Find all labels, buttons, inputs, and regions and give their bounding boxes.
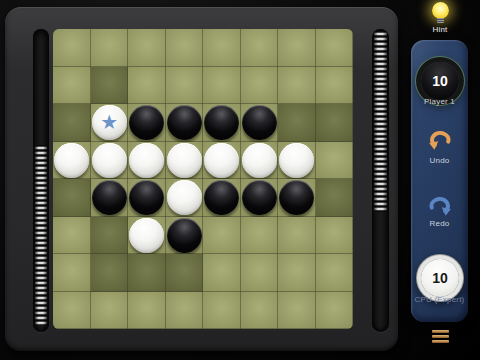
cell-c7[interactable] — [128, 254, 166, 292]
cell-a1[interactable] — [53, 29, 91, 67]
cell-b2[interactable] — [91, 67, 129, 105]
board: ★ — [53, 29, 353, 329]
cell-a6[interactable] — [53, 217, 91, 255]
black-disc — [204, 180, 239, 215]
cell-a7[interactable] — [53, 254, 91, 292]
white-disc — [54, 143, 89, 178]
cell-a4[interactable] — [53, 142, 91, 180]
cell-f8[interactable] — [241, 292, 279, 330]
cell-e7[interactable] — [203, 254, 241, 292]
cell-h2[interactable] — [316, 67, 354, 105]
cell-c1[interactable] — [128, 29, 166, 67]
white-disc — [167, 180, 202, 215]
cpu-label: CPU (Expert) — [411, 295, 468, 304]
board-frame: ★ — [5, 7, 398, 351]
white-disc: ★ — [92, 105, 127, 140]
cell-b3[interactable]: ★ — [91, 104, 129, 142]
cell-f2[interactable] — [241, 67, 279, 105]
cell-a3[interactable] — [53, 104, 91, 142]
cell-c2[interactable] — [128, 67, 166, 105]
cell-d7[interactable] — [166, 254, 204, 292]
othello-app: ★ Hint 10 Player 1 Undo Redo 10 — [0, 0, 480, 360]
cell-h1[interactable] — [316, 29, 354, 67]
cell-e8[interactable] — [203, 292, 241, 330]
cpu-score: 10 — [432, 271, 448, 285]
cell-f4[interactable] — [241, 142, 279, 180]
cell-f5[interactable] — [241, 179, 279, 217]
undo-arrow-icon — [427, 131, 453, 154]
cell-f6[interactable] — [241, 217, 279, 255]
cell-h7[interactable] — [316, 254, 354, 292]
cell-g4[interactable] — [278, 142, 316, 180]
cell-e2[interactable] — [203, 67, 241, 105]
cell-e3[interactable] — [203, 104, 241, 142]
cell-b7[interactable] — [91, 254, 129, 292]
cell-d8[interactable] — [166, 292, 204, 330]
white-disc — [92, 143, 127, 178]
cell-h4[interactable] — [316, 142, 354, 180]
player1-label: Player 1 — [411, 97, 468, 106]
cell-a5[interactable] — [53, 179, 91, 217]
cell-c8[interactable] — [128, 292, 166, 330]
black-disc — [242, 180, 277, 215]
black-disc — [129, 105, 164, 140]
cell-c3[interactable] — [128, 104, 166, 142]
disc-stack-left — [35, 145, 47, 325]
cell-a2[interactable] — [53, 67, 91, 105]
cell-d1[interactable] — [166, 29, 204, 67]
cell-a8[interactable] — [53, 292, 91, 330]
cell-f1[interactable] — [241, 29, 279, 67]
cell-g7[interactable] — [278, 254, 316, 292]
white-disc — [204, 143, 239, 178]
black-disc — [129, 180, 164, 215]
cell-d2[interactable] — [166, 67, 204, 105]
cell-d4[interactable] — [166, 142, 204, 180]
cell-e1[interactable] — [203, 29, 241, 67]
black-disc — [167, 218, 202, 253]
black-disc — [204, 105, 239, 140]
cell-e6[interactable] — [203, 217, 241, 255]
disc-stack-right — [374, 31, 387, 212]
cell-f7[interactable] — [241, 254, 279, 292]
black-disc — [167, 105, 202, 140]
cell-h5[interactable] — [316, 179, 354, 217]
white-disc — [279, 143, 314, 178]
white-disc — [167, 143, 202, 178]
menu-button[interactable] — [432, 330, 449, 345]
control-panel: 10 Player 1 Undo Redo 10 CPU (Expert) — [411, 40, 468, 322]
white-disc — [129, 218, 164, 253]
black-disc — [242, 105, 277, 140]
white-disc — [129, 143, 164, 178]
cell-c5[interactable] — [128, 179, 166, 217]
hint-label: Hint — [414, 25, 466, 34]
cell-g5[interactable] — [278, 179, 316, 217]
cell-h8[interactable] — [316, 292, 354, 330]
cell-g2[interactable] — [278, 67, 316, 105]
cell-g3[interactable] — [278, 104, 316, 142]
cell-h6[interactable] — [316, 217, 354, 255]
redo-label: Redo — [411, 219, 468, 228]
cell-g1[interactable] — [278, 29, 316, 67]
disc-tray-right — [372, 29, 389, 332]
cell-d6[interactable] — [166, 217, 204, 255]
hamburger-icon — [432, 330, 449, 333]
cell-h3[interactable] — [316, 104, 354, 142]
cell-b8[interactable] — [91, 292, 129, 330]
cell-g6[interactable] — [278, 217, 316, 255]
player1-score-counter: 10 — [421, 62, 459, 100]
cell-b6[interactable] — [91, 217, 129, 255]
hint-button[interactable]: Hint — [414, 2, 466, 34]
disc-tray-left — [33, 29, 49, 332]
cell-g8[interactable] — [278, 292, 316, 330]
cpu-score-counter: 10 — [421, 259, 459, 297]
undo-label: Undo — [411, 156, 468, 165]
black-disc — [92, 180, 127, 215]
cell-b5[interactable] — [91, 179, 129, 217]
cell-c6[interactable] — [128, 217, 166, 255]
lightbulb-icon — [432, 2, 449, 19]
cell-f3[interactable] — [241, 104, 279, 142]
black-disc — [279, 180, 314, 215]
cell-e5[interactable] — [203, 179, 241, 217]
cell-b1[interactable] — [91, 29, 129, 67]
cell-e4[interactable] — [203, 142, 241, 180]
cell-d5[interactable] — [166, 179, 204, 217]
player1-score: 10 — [432, 74, 448, 88]
last-move-star-icon: ★ — [100, 112, 118, 132]
cell-d3[interactable] — [166, 104, 204, 142]
cell-c4[interactable] — [128, 142, 166, 180]
undo-button[interactable] — [427, 131, 453, 158]
white-disc — [242, 143, 277, 178]
lightbulb-base — [437, 18, 444, 23]
cell-b4[interactable] — [91, 142, 129, 180]
redo-arrow-icon — [427, 197, 453, 220]
